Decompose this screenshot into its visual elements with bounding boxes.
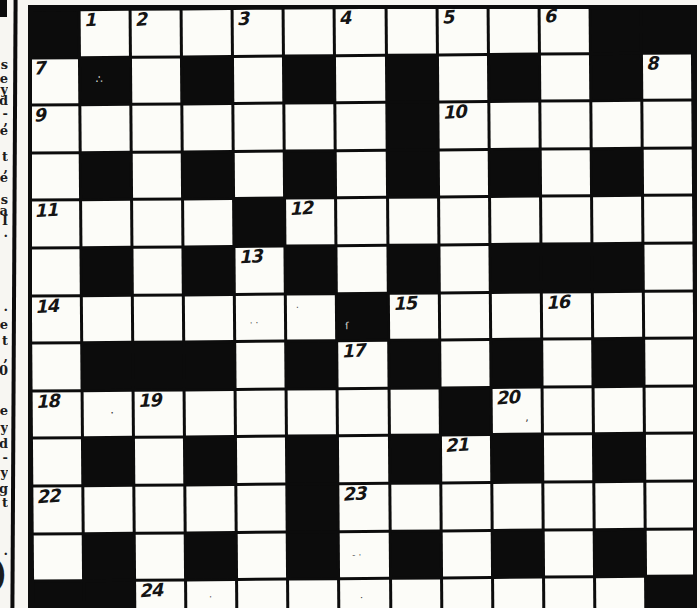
cell-r5c7[interactable] <box>338 199 386 244</box>
margin-letter-fragment: e <box>0 171 8 184</box>
cell-r6c12 <box>593 245 641 290</box>
cell-r10c3[interactable] <box>135 439 183 484</box>
cell-r7c3[interactable] <box>134 296 182 341</box>
scan-speck: · <box>360 593 363 603</box>
cell-r13c8[interactable] <box>392 580 440 608</box>
cell-r6c13[interactable] <box>644 244 692 289</box>
cell-r2c3[interactable] <box>132 58 180 103</box>
cell-r9c1[interactable]: 18 <box>33 392 81 437</box>
cell-r13c5[interactable] <box>238 581 286 608</box>
cell-r5c9[interactable] <box>440 198 488 243</box>
margin-letter-fragment: t <box>2 334 8 347</box>
cell-r7c5[interactable]: · · <box>236 295 284 340</box>
cell-r6c3[interactable] <box>134 248 182 293</box>
cell-r12c2 <box>85 534 133 579</box>
cell-r8c5[interactable] <box>236 343 284 388</box>
cell-r11c8[interactable] <box>391 484 439 529</box>
cell-r13c12[interactable] <box>596 578 644 608</box>
cell-r4c12 <box>593 150 641 195</box>
cell-r7c7: ſ <box>338 294 386 339</box>
margin-letter-fragment: s <box>1 58 8 71</box>
cell-r11c12[interactable] <box>595 483 643 528</box>
newspaper-column-rule <box>10 0 17 608</box>
clue-number-2: 2 <box>134 10 147 30</box>
cell-r12c7[interactable]: - · <box>340 532 388 577</box>
cell-r5c3[interactable] <box>133 201 181 246</box>
crossword-board: 1234567∴891011121314· ··ſ15161718·1920,2… <box>28 5 697 608</box>
cell-r1c7[interactable]: 4 <box>336 9 384 54</box>
cell-r11c5[interactable] <box>238 486 286 531</box>
cell-r1c8[interactable] <box>387 8 435 53</box>
cell-r4c11[interactable] <box>541 150 589 195</box>
cell-r5c2[interactable] <box>82 201 130 246</box>
cell-r8c7[interactable]: 17 <box>339 342 387 387</box>
cell-r13c4[interactable]: · <box>187 581 235 608</box>
clue-number-24: 24 <box>139 581 163 601</box>
cell-r11c1[interactable]: 22 <box>33 487 81 532</box>
cell-r6c5[interactable]: 13 <box>236 248 284 293</box>
scan-speck: · · <box>250 319 259 328</box>
cell-r10c11[interactable] <box>544 436 592 481</box>
cell-r1c11[interactable]: 6 <box>540 7 588 52</box>
cell-r5c1[interactable]: 11 <box>31 202 79 247</box>
cell-r11c10[interactable] <box>493 484 541 529</box>
cell-r4c3[interactable] <box>133 153 181 198</box>
cell-r2c11[interactable] <box>541 55 589 100</box>
scan-speck: ſ <box>345 321 349 331</box>
cell-r2c13[interactable]: 8 <box>643 54 691 99</box>
cell-r12c9[interactable] <box>442 532 490 577</box>
cell-r1c4[interactable] <box>183 10 231 55</box>
margin-letter-fragment: . <box>3 300 8 313</box>
cell-r7c10[interactable] <box>492 293 540 338</box>
clue-number-11: 11 <box>34 201 58 221</box>
cell-r9c6[interactable] <box>288 390 336 435</box>
cell-r2c12 <box>592 54 640 99</box>
clue-number-1: 1 <box>83 11 96 31</box>
clue-number-14: 14 <box>34 296 58 316</box>
cell-r2c1[interactable]: 7 <box>30 59 78 104</box>
cell-r7c13[interactable] <box>645 292 693 337</box>
cell-r5c12[interactable] <box>593 197 641 242</box>
cell-r9c2[interactable]: · <box>84 392 132 437</box>
cell-r5c5 <box>235 200 283 245</box>
cell-r12c8 <box>391 532 439 577</box>
cell-r13c6[interactable] <box>289 580 337 608</box>
cell-r3c7[interactable] <box>337 104 385 149</box>
cell-r13c7[interactable]: · <box>341 580 389 608</box>
scan-speck: ∴ <box>96 74 103 85</box>
cell-r2c7[interactable] <box>336 56 384 101</box>
cell-r3c11[interactable] <box>541 102 589 147</box>
cell-r3c3[interactable] <box>132 106 180 151</box>
cell-r4c7[interactable] <box>337 152 385 197</box>
clue-number-3: 3 <box>236 10 249 30</box>
cell-r5c6[interactable]: 12 <box>286 200 334 245</box>
cell-r7c6[interactable]: · <box>287 295 335 340</box>
clue-number-13: 13 <box>238 247 262 267</box>
margin-letter-fragment: t <box>2 496 8 509</box>
cell-r7c9[interactable] <box>440 294 488 339</box>
cell-r13c9[interactable] <box>443 579 491 608</box>
cell-r10c1[interactable] <box>33 440 81 485</box>
cell-r2c2: ∴ <box>81 58 129 103</box>
cell-r5c11[interactable] <box>542 198 590 243</box>
cell-r12c6 <box>289 533 337 578</box>
cell-r4c8 <box>388 151 436 196</box>
cell-r8c13[interactable] <box>645 340 693 385</box>
cell-r7c2[interactable] <box>83 296 131 341</box>
cell-r1c2[interactable]: 1 <box>81 11 129 56</box>
cell-r13c11[interactable] <box>545 578 593 608</box>
cell-r9c5[interactable] <box>237 390 285 435</box>
cell-r13c3[interactable]: 24 <box>136 582 184 608</box>
cell-r9c9 <box>441 389 489 434</box>
cell-r1c3[interactable]: 2 <box>132 10 180 55</box>
cell-r10c6 <box>288 438 336 483</box>
clue-number-22: 22 <box>36 487 60 507</box>
clue-number-9: 9 <box>33 106 46 126</box>
cell-r11c9[interactable] <box>442 484 490 529</box>
cell-r10c8 <box>390 437 438 482</box>
cell-r8c12 <box>594 340 642 385</box>
cell-r12c3[interactable] <box>136 534 184 579</box>
clue-number-19: 19 <box>137 391 161 411</box>
margin-letter-fragment: - <box>3 451 8 464</box>
cell-r4c13[interactable] <box>644 149 692 194</box>
cell-r3c10[interactable] <box>490 103 538 148</box>
cell-r8c2 <box>83 344 131 389</box>
cell-r5c10[interactable] <box>491 198 539 243</box>
margin-letter-fragment: y <box>0 421 8 434</box>
cell-r5c13[interactable] <box>644 197 692 242</box>
cell-r9c13[interactable] <box>645 387 693 432</box>
cell-r10c9[interactable]: 21 <box>442 436 490 481</box>
clue-number-20: 20 <box>495 388 519 408</box>
cell-r9c8[interactable] <box>390 389 438 434</box>
cell-r8c9[interactable] <box>441 341 489 386</box>
scan-speck: , <box>525 412 529 423</box>
scan-speck: · <box>209 592 212 602</box>
cell-r1c1 <box>30 11 78 56</box>
cell-r6c6 <box>287 247 335 292</box>
cell-r7c4[interactable] <box>185 296 233 341</box>
cell-r10c5[interactable] <box>237 438 285 483</box>
cell-r1c9[interactable]: 5 <box>438 8 486 53</box>
margin-letter-fragment: , <box>3 350 8 363</box>
cell-r11c6 <box>289 485 337 530</box>
cell-r1c10[interactable] <box>489 8 537 53</box>
cell-r2c4 <box>183 58 231 103</box>
margin-letter-fragment: 0 <box>0 364 8 377</box>
clue-number-12: 12 <box>289 199 313 219</box>
adjacent-column-text-fragments: seyd-,et,esaI..et,0eyd-ygt.) <box>0 0 8 608</box>
clue-number-4: 4 <box>339 9 352 29</box>
cell-r1c12 <box>591 7 639 52</box>
cell-r3c2[interactable] <box>81 106 129 151</box>
cell-r8c3 <box>134 344 182 389</box>
cell-r10c10 <box>493 436 541 481</box>
cell-r2c8 <box>387 56 435 101</box>
cell-r1c5[interactable]: 3 <box>234 10 282 55</box>
cell-r3c8 <box>388 104 436 149</box>
cell-r11c13[interactable] <box>646 482 694 527</box>
cell-r5c8[interactable] <box>389 199 437 244</box>
cell-r3c12[interactable] <box>592 102 640 147</box>
cell-r13c1 <box>34 582 82 608</box>
cell-r11c11[interactable] <box>544 483 592 528</box>
clue-number-15: 15 <box>392 294 416 314</box>
margin-letter-fragment: y <box>0 466 8 479</box>
cell-r10c12 <box>595 435 643 480</box>
cell-r6c4 <box>185 248 233 293</box>
cell-r12c5[interactable] <box>238 533 286 578</box>
margin-letter-fragment: . <box>3 226 8 239</box>
cell-r8c4 <box>185 343 233 388</box>
margin-letter-fragment: e <box>0 124 8 137</box>
cell-r6c2 <box>83 249 131 294</box>
cell-r7c11[interactable]: 16 <box>543 293 591 338</box>
cell-r10c4 <box>186 438 234 483</box>
margin-letter-fragment: g <box>0 482 8 495</box>
cell-r8c6 <box>288 342 336 387</box>
cell-r3c1[interactable]: 9 <box>30 106 78 151</box>
cell-r9c4[interactable] <box>186 391 234 436</box>
cell-r2c9[interactable] <box>439 56 487 101</box>
clue-number-6: 6 <box>543 7 556 27</box>
cell-r12c10 <box>493 531 541 576</box>
cell-r9c10[interactable]: 20, <box>492 388 540 433</box>
cell-r13c10[interactable] <box>494 579 542 608</box>
clue-number-18: 18 <box>35 392 59 412</box>
clue-number-16: 16 <box>545 292 569 312</box>
cell-r10c13[interactable] <box>646 435 694 480</box>
cell-r7c12[interactable] <box>594 292 642 337</box>
cell-r6c1[interactable] <box>31 249 79 294</box>
cell-r5c4[interactable] <box>184 200 232 245</box>
cell-r4c4 <box>184 153 232 198</box>
cell-r2c10 <box>490 55 538 100</box>
cell-r2c6 <box>285 57 333 102</box>
scan-speck: · <box>110 407 114 419</box>
cell-r11c4[interactable] <box>187 486 235 531</box>
cell-r12c11[interactable] <box>544 531 592 576</box>
scan-speck: · <box>296 303 299 312</box>
margin-letter-fragment: e <box>0 318 8 331</box>
margin-letter-fragment: d <box>0 437 8 450</box>
cell-r1c6[interactable] <box>285 9 333 54</box>
cell-r4c1[interactable] <box>31 154 79 199</box>
cell-r7c8[interactable]: 15 <box>389 294 437 339</box>
margin-letter-fragment: e <box>0 404 8 417</box>
cell-r8c1[interactable] <box>32 344 80 389</box>
cell-r1c13 <box>642 6 690 51</box>
crossword-grid: 1234567∴891011121314· ··ſ15161718·1920,2… <box>30 6 696 608</box>
cell-r3c13[interactable] <box>643 102 691 147</box>
clue-number-17: 17 <box>341 342 365 362</box>
cell-r3c6[interactable] <box>286 104 334 149</box>
cell-r4c2 <box>82 154 130 199</box>
clue-number-21: 21 <box>444 436 468 456</box>
scan-speck: - · <box>352 551 361 560</box>
cell-r8c8 <box>390 342 438 387</box>
cell-r8c10 <box>492 341 540 386</box>
cell-r10c7[interactable] <box>339 437 387 482</box>
cell-r4c5[interactable] <box>235 152 283 197</box>
clue-number-8: 8 <box>645 54 658 74</box>
cell-r4c9[interactable] <box>439 151 487 196</box>
cell-r4c10 <box>490 150 538 195</box>
cell-r6c7[interactable] <box>338 247 386 292</box>
clue-number-5: 5 <box>441 8 454 28</box>
cell-r7c1[interactable]: 14 <box>32 297 80 342</box>
cell-r12c4 <box>187 534 235 579</box>
cell-r6c9[interactable] <box>440 246 488 291</box>
cell-r11c3[interactable] <box>135 486 183 531</box>
cell-r6c8 <box>389 246 437 291</box>
cell-r9c12[interactable] <box>594 388 642 433</box>
cell-r3c4[interactable] <box>184 105 232 150</box>
cell-r8c11[interactable] <box>543 340 591 385</box>
clue-number-7: 7 <box>32 59 45 79</box>
cell-r9c7[interactable] <box>339 390 387 435</box>
cell-r4c6 <box>286 152 334 197</box>
cell-r13c13 <box>647 578 695 608</box>
cell-r11c2[interactable] <box>84 487 132 532</box>
margin-letter-fragment: ) <box>0 553 8 595</box>
cell-r3c5[interactable] <box>235 105 283 150</box>
cell-r3c9[interactable]: 10 <box>439 103 487 148</box>
cell-r9c3[interactable]: 19 <box>135 391 183 436</box>
cell-r6c11 <box>542 245 590 290</box>
clue-number-23: 23 <box>342 484 366 504</box>
cell-r2c5[interactable] <box>234 57 282 102</box>
cell-r10c2 <box>84 439 132 484</box>
cell-r6c10 <box>491 246 539 291</box>
cell-r12c13[interactable] <box>647 530 695 575</box>
cell-r11c7[interactable]: 23 <box>340 485 388 530</box>
clue-number-10: 10 <box>441 103 465 123</box>
cell-r12c12 <box>596 530 644 575</box>
cell-r9c11[interactable] <box>543 388 591 433</box>
cell-r13c2 <box>85 582 133 608</box>
cell-r12c1[interactable] <box>34 535 82 580</box>
